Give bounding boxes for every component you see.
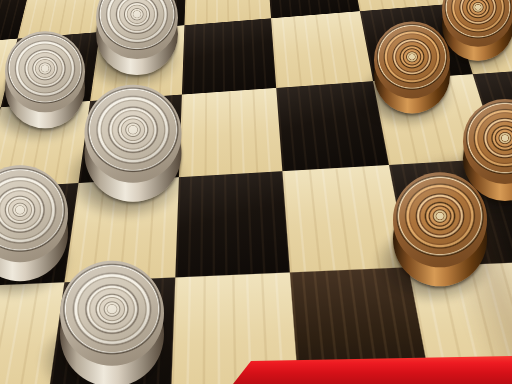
checker-white-man[interactable]: ⛀ (60, 261, 164, 377)
checker-white-man[interactable]: ⛀ (96, 0, 178, 68)
square-c3r3[interactable] (175, 171, 290, 277)
square-c3r2[interactable] (179, 88, 282, 177)
checker-white-man[interactable]: ⛀ (0, 165, 68, 273)
game-stage: ⛀⛀⛀⛀⛀⛂⛂⛂⛂ (0, 0, 512, 384)
square-c4r1[interactable] (271, 11, 373, 88)
checker-bronze-man[interactable]: ⛂ (393, 172, 487, 277)
square-c3r1[interactable] (182, 18, 276, 94)
checker-bronze-man[interactable]: ⛂ (442, 0, 512, 54)
checker-bronze-man[interactable]: ⛂ (374, 21, 450, 106)
checker-white-man[interactable]: ⛀ (85, 85, 182, 194)
checker-white-man[interactable]: ⛀ (5, 31, 85, 121)
